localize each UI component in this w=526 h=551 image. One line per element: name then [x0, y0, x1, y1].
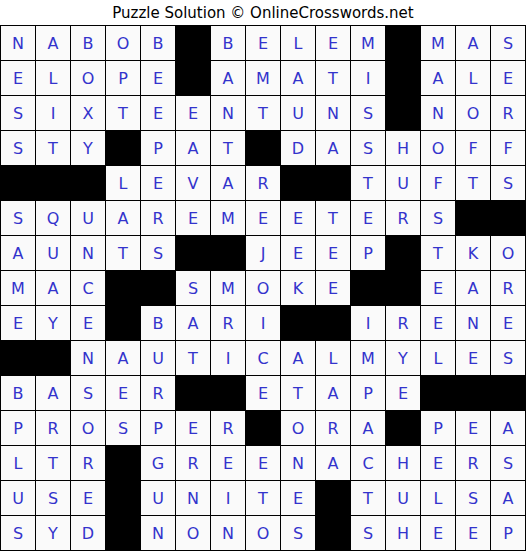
letter-cell: R [491, 271, 525, 305]
letter-cell: E [246, 26, 280, 60]
black-cell [491, 376, 525, 410]
letter-cell: L [106, 166, 140, 200]
black-cell [386, 96, 420, 130]
letter-cell: I [351, 61, 385, 95]
letter-cell: A [281, 61, 315, 95]
letter-cell: E [71, 306, 105, 340]
letter-cell: S [1, 96, 35, 130]
letter-cell: R [71, 446, 105, 480]
letter-cell: V [176, 166, 210, 200]
black-cell [176, 61, 210, 95]
black-cell [386, 411, 420, 445]
letter-cell: O [71, 411, 105, 445]
letter-cell: Y [386, 341, 420, 375]
black-cell [351, 271, 385, 305]
letter-cell: P [141, 411, 175, 445]
letter-cell: E [246, 446, 280, 480]
letter-cell: I [36, 96, 70, 130]
letter-cell: R [141, 201, 175, 235]
letter-cell: P [1, 411, 35, 445]
letter-cell: B [141, 26, 175, 60]
letter-cell: E [491, 306, 525, 340]
letter-cell: A [456, 26, 490, 60]
letter-cell: E [246, 376, 280, 410]
letter-cell: O [106, 26, 140, 60]
letter-cell: E [421, 446, 455, 480]
letter-cell: Y [36, 306, 70, 340]
letter-cell: T [36, 446, 70, 480]
letter-cell: S [281, 516, 315, 550]
letter-cell: N [421, 96, 455, 130]
letter-cell: O [456, 96, 490, 130]
letter-cell: L [316, 341, 350, 375]
letter-cell: B [1, 376, 35, 410]
letter-cell: A [281, 341, 315, 375]
letter-cell: E [421, 306, 455, 340]
letter-cell: O [246, 516, 280, 550]
letter-cell: X [71, 96, 105, 130]
letter-cell: M [211, 271, 245, 305]
letter-cell: L [281, 26, 315, 60]
letter-cell: B [211, 26, 245, 60]
letter-cell: U [141, 481, 175, 515]
black-cell [386, 236, 420, 270]
black-cell [106, 446, 140, 480]
letter-cell: L [36, 61, 70, 95]
letter-cell: A [351, 411, 385, 445]
letter-cell: S [1, 516, 35, 550]
letter-cell: K [456, 236, 490, 270]
letter-cell: A [1, 236, 35, 270]
letter-cell: Q [36, 201, 70, 235]
letter-cell: E [1, 306, 35, 340]
letter-cell: A [176, 131, 210, 165]
letter-cell: E [176, 96, 210, 130]
letter-cell: O [246, 271, 280, 305]
letter-cell: H [386, 516, 420, 550]
crossword-grid: NABOBBELEMMASELOPEAMATIALESIXTEENTUNSNOR… [0, 25, 526, 551]
letter-cell: E [281, 201, 315, 235]
letter-cell: A [421, 61, 455, 95]
letter-cell: E [456, 341, 490, 375]
letter-cell: S [1, 201, 35, 235]
letter-cell: R [141, 376, 175, 410]
letter-cell: O [281, 411, 315, 445]
letter-cell: E [141, 61, 175, 95]
letter-cell: T [106, 96, 140, 130]
letter-cell: Y [71, 131, 105, 165]
letter-cell: E [491, 61, 525, 95]
letter-cell: P [491, 516, 525, 550]
letter-cell: R [176, 446, 210, 480]
letter-cell: S [351, 96, 385, 130]
black-cell [386, 271, 420, 305]
letter-cell: E [246, 201, 280, 235]
letter-cell: N [141, 516, 175, 550]
black-cell [211, 376, 245, 410]
black-cell [176, 236, 210, 270]
letter-cell: D [281, 131, 315, 165]
letter-cell: E [141, 96, 175, 130]
letter-cell: U [141, 341, 175, 375]
letter-cell: A [456, 271, 490, 305]
letter-cell: T [281, 376, 315, 410]
letter-cell: U [71, 201, 105, 235]
black-cell [106, 271, 140, 305]
black-cell [316, 166, 350, 200]
letter-cell: S [456, 481, 490, 515]
letter-cell: M [351, 26, 385, 60]
black-cell [281, 166, 315, 200]
letter-cell: R [211, 306, 245, 340]
letter-cell: I [351, 306, 385, 340]
letter-cell: T [316, 201, 350, 235]
letter-cell: A [36, 271, 70, 305]
letter-cell: S [176, 271, 210, 305]
letter-cell: F [456, 131, 490, 165]
letter-cell: L [1, 446, 35, 480]
letter-cell: N [1, 26, 35, 60]
letter-cell: M [211, 201, 245, 235]
letter-cell: S [491, 26, 525, 60]
black-cell [106, 131, 140, 165]
black-cell [106, 481, 140, 515]
letter-cell: S [351, 131, 385, 165]
black-cell [106, 306, 140, 340]
letter-cell: S [491, 446, 525, 480]
letter-cell: T [351, 166, 385, 200]
letter-cell: U [1, 481, 35, 515]
letter-cell: E [1, 61, 35, 95]
letter-cell: F [421, 166, 455, 200]
letter-cell: K [281, 271, 315, 305]
letter-cell: E [176, 201, 210, 235]
letter-cell: P [141, 131, 175, 165]
letter-cell: N [281, 446, 315, 480]
letter-cell: G [141, 446, 175, 480]
letter-cell: R [386, 201, 420, 235]
letter-cell: T [176, 341, 210, 375]
letter-cell: S [36, 481, 70, 515]
black-cell [176, 376, 210, 410]
letter-cell: R [36, 411, 70, 445]
letter-cell: E [351, 201, 385, 235]
letter-cell: N [456, 306, 490, 340]
letter-cell: E [316, 271, 350, 305]
black-cell [106, 516, 140, 550]
letter-cell: T [211, 131, 245, 165]
letter-cell: E [421, 516, 455, 550]
letter-cell: Y [36, 516, 70, 550]
letter-cell: S [351, 516, 385, 550]
black-cell [456, 201, 490, 235]
black-cell [141, 271, 175, 305]
letter-cell: N [316, 96, 350, 130]
letter-cell: M [246, 61, 280, 95]
black-cell [316, 306, 350, 340]
letter-cell: T [106, 236, 140, 270]
letter-cell: L [456, 61, 490, 95]
letter-cell: I [211, 341, 245, 375]
letter-cell: R [456, 446, 490, 480]
letter-cell: P [351, 376, 385, 410]
letter-cell: N [211, 516, 245, 550]
letter-cell: H [386, 446, 420, 480]
letter-cell: C [71, 271, 105, 305]
black-cell [491, 201, 525, 235]
letter-cell: J [246, 236, 280, 270]
black-cell [456, 376, 490, 410]
letter-cell: P [106, 61, 140, 95]
letter-cell: M [1, 271, 35, 305]
letter-cell: T [246, 481, 280, 515]
letter-cell: T [316, 61, 350, 95]
letter-cell: P [351, 236, 385, 270]
letter-cell: H [386, 131, 420, 165]
letter-cell: E [141, 166, 175, 200]
letter-cell: S [421, 201, 455, 235]
letter-cell: U [386, 481, 420, 515]
letter-cell: I [211, 481, 245, 515]
letter-cell: A [211, 61, 245, 95]
letter-cell: R [491, 96, 525, 130]
letter-cell: E [456, 516, 490, 550]
letter-cell: R [316, 411, 350, 445]
letter-cell: S [1, 131, 35, 165]
letter-cell: R [386, 306, 420, 340]
letter-cell: A [316, 376, 350, 410]
letter-cell: P [421, 411, 455, 445]
letter-cell: U [386, 166, 420, 200]
letter-cell: O [421, 131, 455, 165]
letter-cell: R [246, 166, 280, 200]
letter-cell: A [316, 446, 350, 480]
letter-cell: A [106, 341, 140, 375]
black-cell [246, 411, 280, 445]
page-title: Puzzle Solution © OnlineCrosswords.net [0, 0, 526, 25]
black-cell [316, 516, 350, 550]
letter-cell: T [36, 131, 70, 165]
letter-cell: E [71, 481, 105, 515]
letter-cell: E [421, 271, 455, 305]
black-cell [211, 236, 245, 270]
letter-cell: S [106, 411, 140, 445]
letter-cell: N [71, 236, 105, 270]
letter-cell: E [316, 26, 350, 60]
letter-cell: E [211, 446, 245, 480]
letter-cell: O [71, 61, 105, 95]
letter-cell: A [176, 306, 210, 340]
letter-cell: B [71, 26, 105, 60]
letter-cell: M [351, 341, 385, 375]
letter-cell: S [491, 341, 525, 375]
black-cell [71, 166, 105, 200]
letter-cell: D [71, 516, 105, 550]
letter-cell: E [106, 376, 140, 410]
letter-cell: T [351, 481, 385, 515]
black-cell [176, 26, 210, 60]
letter-cell: E [386, 376, 420, 410]
letter-cell: M [421, 26, 455, 60]
black-cell [421, 376, 455, 410]
letter-cell: S [141, 236, 175, 270]
black-cell [386, 26, 420, 60]
letter-cell: N [211, 96, 245, 130]
black-cell [36, 166, 70, 200]
letter-cell: A [36, 26, 70, 60]
letter-cell: C [351, 446, 385, 480]
black-cell [246, 131, 280, 165]
letter-cell: A [491, 411, 525, 445]
letter-cell: I [246, 306, 280, 340]
letter-cell: R [211, 411, 245, 445]
letter-cell: U [281, 96, 315, 130]
letter-cell: T [246, 96, 280, 130]
black-cell [36, 341, 70, 375]
letter-cell: U [36, 236, 70, 270]
letter-cell: C [246, 341, 280, 375]
letter-cell: A [106, 201, 140, 235]
black-cell [1, 166, 35, 200]
letter-cell: S [491, 166, 525, 200]
letter-cell: E [176, 411, 210, 445]
letter-cell: E [456, 411, 490, 445]
letter-cell: E [316, 236, 350, 270]
letter-cell: T [421, 236, 455, 270]
letter-cell: E [281, 481, 315, 515]
letter-cell: A [491, 481, 525, 515]
letter-cell: A [211, 166, 245, 200]
letter-cell: N [71, 341, 105, 375]
letter-cell: A [36, 376, 70, 410]
letter-cell: E [281, 236, 315, 270]
black-cell [1, 341, 35, 375]
letter-cell: L [421, 341, 455, 375]
letter-cell: N [176, 481, 210, 515]
black-cell [281, 306, 315, 340]
letter-cell: B [141, 306, 175, 340]
letter-cell: S [71, 376, 105, 410]
letter-cell: L [421, 481, 455, 515]
letter-cell: T [456, 166, 490, 200]
black-cell [316, 481, 350, 515]
letter-cell: A [316, 131, 350, 165]
letter-cell: O [176, 516, 210, 550]
letter-cell: O [491, 236, 525, 270]
letter-cell: F [491, 131, 525, 165]
black-cell [386, 61, 420, 95]
